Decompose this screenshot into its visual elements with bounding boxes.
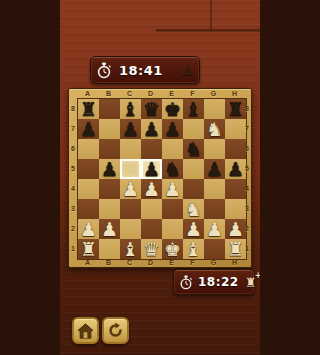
rank-label-2: 2 (243, 218, 251, 238)
black-pawn: ♟ (141, 119, 162, 139)
black-pawn-player-icon: ♟ (181, 63, 194, 78)
square-c7[interactable]: ♟ (120, 119, 141, 139)
white-bishop: ♝ (183, 239, 204, 259)
file-label-a: A (77, 89, 98, 98)
white-pawn: ♟ (204, 219, 225, 239)
player-clock: 18:22 ♜+ (173, 269, 255, 295)
file-label-e: E (161, 257, 182, 267)
square-c5[interactable] (120, 159, 141, 179)
square-b8[interactable] (99, 99, 120, 119)
rank-label-6: 6 (69, 138, 77, 158)
square-c8[interactable]: ♝ (120, 99, 141, 119)
square-e3[interactable] (162, 199, 183, 219)
black-bishop: ♝ (120, 99, 141, 119)
square-e1[interactable]: ♚ (162, 239, 183, 259)
white-pawn: ♟ (183, 219, 204, 239)
file-label-d: D (140, 257, 161, 267)
player-time: 18:22 (198, 275, 239, 289)
square-b6[interactable] (99, 139, 120, 159)
square-a5[interactable] (78, 159, 99, 179)
square-e6[interactable] (162, 139, 183, 159)
square-c2[interactable] (120, 219, 141, 239)
square-f1[interactable]: ♝ (183, 239, 204, 259)
rank-label-3: 3 (69, 198, 77, 218)
rank-label-7: 7 (243, 118, 251, 138)
black-king: ♚ (162, 99, 183, 119)
square-f2[interactable]: ♟ (183, 219, 204, 239)
square-b2[interactable]: ♟ (99, 219, 120, 239)
square-e4[interactable]: ♟ (162, 179, 183, 199)
rank-label-8: 8 (243, 98, 251, 118)
square-a1[interactable]: ♜ (78, 239, 99, 259)
square-a8[interactable]: ♜ (78, 99, 99, 119)
white-pawn: ♟ (120, 179, 141, 199)
square-a6[interactable] (78, 139, 99, 159)
file-label-f: F (182, 257, 203, 267)
stopwatch-icon (179, 275, 193, 290)
black-pawn: ♟ (99, 159, 120, 179)
rank-label-8: 8 (69, 98, 77, 118)
stopwatch-icon (96, 62, 112, 79)
square-f5[interactable] (183, 159, 204, 179)
square-d8[interactable]: ♛ (141, 99, 162, 119)
square-e7[interactable]: ♟ (162, 119, 183, 139)
square-d6[interactable] (141, 139, 162, 159)
square-d3[interactable] (141, 199, 162, 219)
file-label-h: H (224, 257, 245, 267)
square-c1[interactable]: ♝ (120, 239, 141, 259)
square-g4[interactable] (204, 179, 225, 199)
file-label-b: B (98, 89, 119, 98)
file-label-g: G (203, 257, 224, 267)
black-pawn: ♟ (141, 159, 162, 179)
square-a4[interactable] (78, 179, 99, 199)
rank-labels-right: 87654321 (243, 98, 251, 258)
white-knight: ♞ (204, 119, 225, 139)
square-d1[interactable]: ♛ (141, 239, 162, 259)
wood-plank-seam (156, 29, 260, 32)
file-label-g: G (203, 89, 224, 98)
chess-board: ABCDEFGH 87654321 ♜♝♛♚♝♜♟♟♟♟♞♞♟♟♞♟♟♟♟♟♞♟… (68, 88, 252, 268)
square-a7[interactable]: ♟ (78, 119, 99, 139)
square-g2[interactable]: ♟ (204, 219, 225, 239)
square-d2[interactable] (141, 219, 162, 239)
black-pawn: ♟ (120, 119, 141, 139)
square-d4[interactable]: ♟ (141, 179, 162, 199)
white-pawn: ♟ (141, 179, 162, 199)
square-b5[interactable]: ♟ (99, 159, 120, 179)
file-label-c: C (119, 257, 140, 267)
opponent-clock: 18:41 ♟ (90, 56, 200, 84)
square-c4[interactable]: ♟ (120, 179, 141, 199)
square-f4[interactable] (183, 179, 204, 199)
square-a2[interactable]: ♟ (78, 219, 99, 239)
square-e2[interactable] (162, 219, 183, 239)
rank-label-4: 4 (69, 178, 77, 198)
black-knight: ♞ (162, 159, 183, 179)
rank-labels-left: 87654321 (69, 98, 77, 258)
rank-label-5: 5 (243, 158, 251, 178)
square-f3[interactable]: ♞ (183, 199, 204, 219)
square-f7[interactable] (183, 119, 204, 139)
white-knight: ♞ (183, 199, 204, 219)
file-labels-bottom: ABCDEFGH (77, 257, 245, 267)
white-queen: ♛ (141, 239, 162, 259)
black-queen: ♛ (141, 99, 162, 119)
square-b4[interactable] (99, 179, 120, 199)
square-b7[interactable] (99, 119, 120, 139)
square-b3[interactable] (99, 199, 120, 219)
black-bishop: ♝ (183, 99, 204, 119)
rank-label-7: 7 (69, 118, 77, 138)
white-rook: ♜ (78, 239, 99, 259)
white-pawn: ♟ (99, 219, 120, 239)
square-e5[interactable]: ♞ (162, 159, 183, 179)
file-label-b: B (98, 257, 119, 267)
square-e8[interactable]: ♚ (162, 99, 183, 119)
file-label-e: E (161, 89, 182, 98)
rank-label-4: 4 (243, 178, 251, 198)
file-label-h: H (224, 89, 245, 98)
black-pawn: ♟ (204, 159, 225, 179)
square-g6[interactable] (204, 139, 225, 159)
rank-label-1: 1 (69, 238, 77, 258)
square-b1[interactable] (99, 239, 120, 259)
square-g7[interactable]: ♞ (204, 119, 225, 139)
rank-label-1: 1 (243, 238, 251, 258)
restart-icon (107, 322, 124, 339)
white-pawn: ♟ (78, 219, 99, 239)
square-f8[interactable]: ♝ (183, 99, 204, 119)
board-grid: ♜♝♛♚♝♜♟♟♟♟♞♞♟♟♞♟♟♟♟♟♞♟♟♟♟♟♜♝♛♚♝♜ (77, 98, 247, 260)
white-king: ♚ (162, 239, 183, 259)
file-labels-top: ABCDEFGH (77, 89, 245, 98)
white-bishop: ♝ (120, 239, 141, 259)
black-knight: ♞ (183, 139, 204, 159)
restart-button[interactable] (102, 317, 129, 344)
black-pawn: ♟ (162, 119, 183, 139)
square-a3[interactable] (78, 199, 99, 219)
square-g5[interactable]: ♟ (204, 159, 225, 179)
capture-plus-badge: + (255, 272, 260, 280)
file-label-d: D (140, 89, 161, 98)
white-pawn: ♟ (162, 179, 183, 199)
file-label-c: C (119, 89, 140, 98)
file-label-a: A (77, 257, 98, 267)
white-rook-player-icon: ♜+ (245, 276, 257, 289)
square-c6[interactable] (120, 139, 141, 159)
square-g1[interactable] (204, 239, 225, 259)
wood-plank-seam-vertical (210, 0, 212, 30)
home-button[interactable] (72, 317, 99, 344)
square-d7[interactable]: ♟ (141, 119, 162, 139)
square-d5[interactable]: ♟ (141, 159, 162, 179)
square-g3[interactable] (204, 199, 225, 219)
file-label-f: F (182, 89, 203, 98)
rank-label-5: 5 (69, 158, 77, 178)
square-f6[interactable]: ♞ (183, 139, 204, 159)
rank-label-3: 3 (243, 198, 251, 218)
chess-game-screen: 18:41 ♟ ABCDEFGH 87654321 ♜♝♛♚♝♜♟♟♟♟♞♞♟♟… (60, 0, 260, 355)
home-icon (77, 323, 94, 339)
square-c3[interactable] (120, 199, 141, 219)
rank-label-2: 2 (69, 218, 77, 238)
square-g8[interactable] (204, 99, 225, 119)
opponent-time: 18:41 (119, 63, 163, 78)
rank-label-6: 6 (243, 138, 251, 158)
black-pawn: ♟ (78, 119, 99, 139)
black-rook: ♜ (78, 99, 99, 119)
